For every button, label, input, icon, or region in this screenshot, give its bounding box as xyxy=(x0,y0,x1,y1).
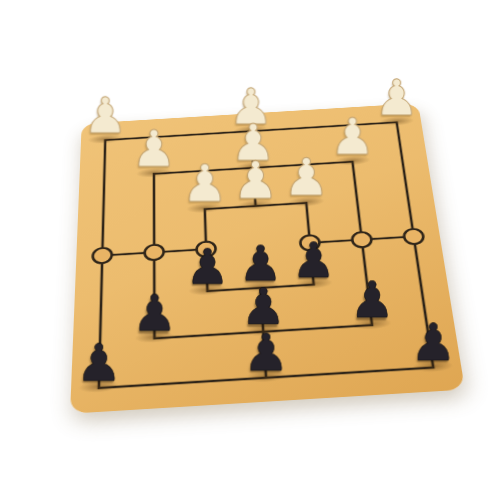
black-pawn-g1[interactable]: ♟ xyxy=(410,305,457,367)
white-pawn-g7[interactable]: ♟ xyxy=(376,68,417,122)
black-pawn-d1[interactable]: ♟ xyxy=(242,315,289,377)
white-pawn-f6[interactable]: ♟ xyxy=(331,106,373,161)
black-pawn-c3[interactable]: ♟ xyxy=(185,232,230,291)
white-pawn-c5[interactable]: ♟ xyxy=(183,152,226,209)
white-pawn-e5[interactable]: ♟ xyxy=(285,146,328,203)
black-pawn-a1[interactable]: ♟ xyxy=(75,326,122,388)
white-pawn-a7[interactable]: ♟ xyxy=(85,86,126,140)
black-pawn-b2[interactable]: ♟ xyxy=(131,278,177,339)
board-mat: ♟♟♟♟♟♟♟♟♟♟♟♟♟♟♟♟♟♟ xyxy=(70,103,465,414)
white-pawn-d5[interactable]: ♟ xyxy=(234,149,277,206)
product-photo-canvas: ♟♟♟♟♟♟♟♟♟♟♟♟♟♟♟♟♟♟ xyxy=(0,0,500,500)
black-pawn-e3[interactable]: ♟ xyxy=(291,225,336,284)
white-pawn-b6[interactable]: ♟ xyxy=(133,118,175,173)
pieces-layer: ♟♟♟♟♟♟♟♟♟♟♟♟♟♟♟♟♟♟ xyxy=(70,103,465,414)
board-tilt: ♟♟♟♟♟♟♟♟♟♟♟♟♟♟♟♟♟♟ xyxy=(70,103,465,414)
morris-board-scene: ♟♟♟♟♟♟♟♟♟♟♟♟♟♟♟♟♟♟ xyxy=(76,64,440,428)
black-pawn-f2[interactable]: ♟ xyxy=(349,264,395,325)
